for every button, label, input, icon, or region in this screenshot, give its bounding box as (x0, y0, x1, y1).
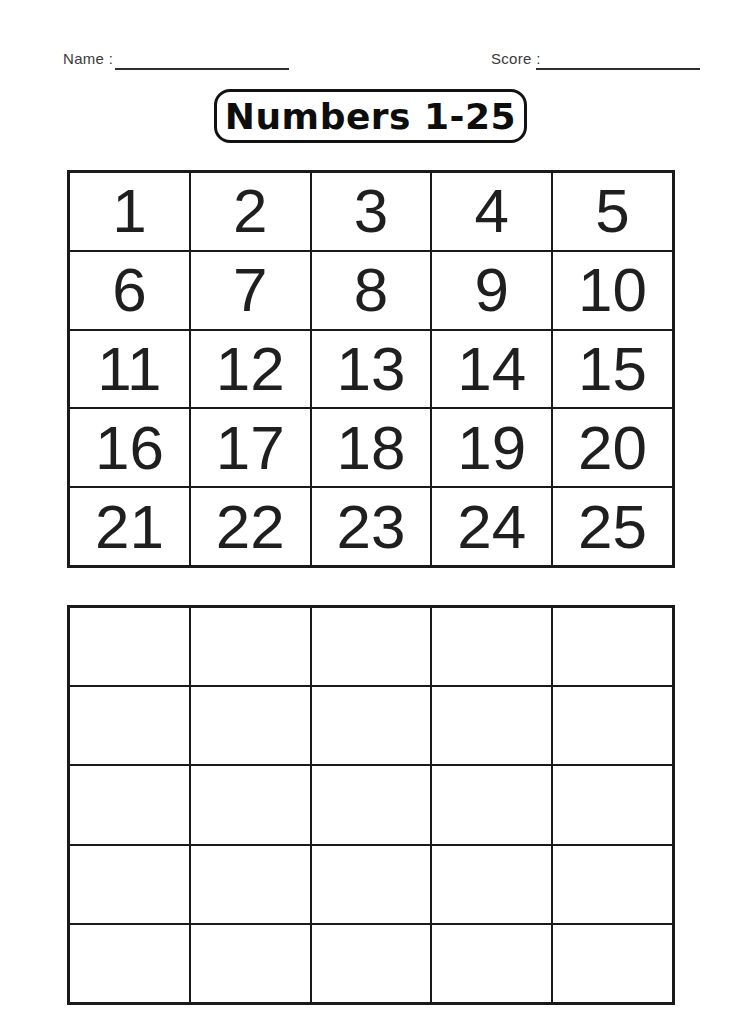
number-value: 11 (97, 338, 161, 400)
blank-cell[interactable] (190, 924, 311, 1003)
blank-cell[interactable] (69, 686, 190, 765)
number-cell: 22 (190, 487, 311, 566)
number-cell: 1 (69, 172, 190, 251)
number-value: 24 (457, 496, 526, 558)
number-cell: 17 (190, 408, 311, 487)
blank-cell[interactable] (552, 686, 673, 765)
number-cell: 16 (69, 408, 190, 487)
number-value: 20 (578, 417, 647, 479)
number-cell: 25 (552, 487, 673, 566)
number-value: 15 (578, 338, 647, 400)
blank-cell[interactable] (431, 845, 552, 924)
blank-cell[interactable] (311, 924, 432, 1003)
number-value: 8 (354, 259, 388, 321)
number-value: 14 (457, 338, 526, 400)
number-cell: 21 (69, 487, 190, 566)
number-value: 7 (233, 259, 267, 321)
number-value: 5 (595, 180, 629, 242)
blank-cell[interactable] (69, 607, 190, 686)
number-value: 3 (354, 180, 388, 242)
blank-cell[interactable] (311, 607, 432, 686)
blank-cell[interactable] (431, 765, 552, 844)
blank-cell[interactable] (311, 686, 432, 765)
number-value: 19 (457, 417, 526, 479)
number-value: 25 (578, 496, 647, 558)
number-cell: 2 (190, 172, 311, 251)
blank-cell[interactable] (69, 765, 190, 844)
number-value: 9 (475, 259, 509, 321)
name-input-line[interactable] (115, 68, 289, 70)
number-value: 6 (112, 259, 146, 321)
name-label: Name : (63, 50, 113, 68)
number-cell: 15 (552, 330, 673, 409)
number-cell: 4 (431, 172, 552, 251)
blank-cell[interactable] (431, 686, 552, 765)
blank-cell[interactable] (69, 924, 190, 1003)
number-cell: 20 (552, 408, 673, 487)
number-value: 13 (337, 338, 406, 400)
number-cell: 8 (311, 251, 432, 330)
title-box: Numbers 1-25 (214, 89, 527, 143)
number-cell: 7 (190, 251, 311, 330)
number-value: 10 (578, 259, 647, 321)
number-value: 18 (337, 417, 406, 479)
score-input-line[interactable] (536, 68, 700, 70)
blank-cell[interactable] (190, 686, 311, 765)
blank-cell[interactable] (311, 765, 432, 844)
number-value: 1 (112, 180, 146, 242)
number-cell: 11 (69, 330, 190, 409)
number-value: 21 (95, 496, 164, 558)
blank-cell[interactable] (190, 607, 311, 686)
number-value: 2 (233, 180, 267, 242)
number-cell: 9 (431, 251, 552, 330)
number-cell: 12 (190, 330, 311, 409)
number-cell: 14 (431, 330, 552, 409)
number-cell: 5 (552, 172, 673, 251)
blank-cell[interactable] (431, 924, 552, 1003)
worksheet-page: Name : Score : Numbers 1-25 123456789101… (0, 0, 745, 1024)
blank-cell[interactable] (552, 845, 673, 924)
number-cell: 10 (552, 251, 673, 330)
number-cell: 23 (311, 487, 432, 566)
blank-practice-grid (67, 605, 675, 1005)
number-value: 4 (475, 180, 509, 242)
number-value: 12 (216, 338, 285, 400)
number-cell: 19 (431, 408, 552, 487)
number-cell: 3 (311, 172, 432, 251)
number-cell: 6 (69, 251, 190, 330)
number-value: 23 (337, 496, 406, 558)
number-value: 17 (216, 417, 285, 479)
blank-cell[interactable] (190, 845, 311, 924)
score-label: Score : (491, 50, 541, 68)
blank-cell[interactable] (552, 607, 673, 686)
number-cell: 13 (311, 330, 432, 409)
blank-cell[interactable] (552, 765, 673, 844)
page-title: Numbers 1-25 (225, 96, 516, 137)
numbers-grid: 1234567891011121314151617181920212223242… (67, 170, 675, 568)
blank-cell[interactable] (552, 924, 673, 1003)
blank-cell[interactable] (69, 845, 190, 924)
blank-cell[interactable] (431, 607, 552, 686)
number-cell: 18 (311, 408, 432, 487)
number-cell: 24 (431, 487, 552, 566)
number-value: 22 (216, 496, 285, 558)
blank-cell[interactable] (311, 845, 432, 924)
number-value: 16 (95, 417, 164, 479)
blank-cell[interactable] (190, 765, 311, 844)
